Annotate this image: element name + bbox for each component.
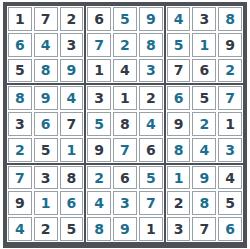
- sudoku-cell-r8c9[interactable]: 5: [218, 191, 242, 215]
- sudoku-cell-r3c5[interactable]: 4: [113, 59, 137, 83]
- sudoku-cell-r8c4[interactable]: 4: [87, 191, 111, 215]
- sudoku-cell-r1c2[interactable]: 7: [34, 7, 58, 31]
- sudoku-cell-r1c6[interactable]: 9: [139, 7, 163, 31]
- sudoku-cell-r5c1[interactable]: 3: [8, 112, 32, 136]
- sudoku-cell-r3c2[interactable]: 8: [34, 59, 58, 83]
- sudoku-cell-r2c7[interactable]: 5: [167, 33, 191, 57]
- sudoku-cell-r5c8[interactable]: 2: [192, 112, 216, 136]
- sudoku-cell-r3c1[interactable]: 5: [8, 59, 32, 83]
- sudoku-cell-r5c2[interactable]: 6: [34, 112, 58, 136]
- sudoku-cell-r9c5[interactable]: 9: [113, 217, 137, 241]
- sudoku-cell-r2c5[interactable]: 2: [113, 33, 137, 57]
- sudoku-box-2: 659728143: [85, 5, 164, 84]
- sudoku-cell-r6c9[interactable]: 3: [218, 138, 242, 162]
- sudoku-cell-r9c3[interactable]: 5: [60, 217, 84, 241]
- sudoku-cell-r6c4[interactable]: 9: [87, 138, 111, 162]
- sudoku-cell-r8c3[interactable]: 6: [60, 191, 84, 215]
- sudoku-cell-r8c2[interactable]: 1: [34, 191, 58, 215]
- sudoku-cell-r3c4[interactable]: 1: [87, 59, 111, 83]
- sudoku-cell-r1c5[interactable]: 5: [113, 7, 137, 31]
- sudoku-cell-r6c8[interactable]: 4: [192, 138, 216, 162]
- sudoku-cell-r9c1[interactable]: 4: [8, 217, 32, 241]
- sudoku-box-3: 438519762: [165, 5, 244, 84]
- sudoku-box-6: 657921843: [165, 84, 244, 163]
- sudoku-cell-r1c8[interactable]: 3: [192, 7, 216, 31]
- sudoku-cell-r1c1[interactable]: 1: [8, 7, 32, 31]
- sudoku-cell-r8c7[interactable]: 2: [167, 191, 191, 215]
- sudoku-box-7: 738916425: [6, 164, 85, 243]
- sudoku-cell-r7c3[interactable]: 8: [60, 166, 84, 190]
- sudoku-cell-r3c9[interactable]: 2: [218, 59, 242, 83]
- sudoku-cell-r5c6[interactable]: 4: [139, 112, 163, 136]
- sudoku-cell-r2c8[interactable]: 1: [192, 33, 216, 57]
- sudoku-cell-r3c7[interactable]: 7: [167, 59, 191, 83]
- sudoku-cell-r4c5[interactable]: 1: [113, 86, 137, 110]
- sudoku-cell-r7c2[interactable]: 3: [34, 166, 58, 190]
- sudoku-cell-r3c6[interactable]: 3: [139, 59, 163, 83]
- page: 1726435896597281434385197628943672513125…: [0, 0, 250, 249]
- sudoku-cell-r3c8[interactable]: 6: [192, 59, 216, 83]
- sudoku-cell-r7c5[interactable]: 6: [113, 166, 137, 190]
- sudoku-cell-r1c9[interactable]: 8: [218, 7, 242, 31]
- sudoku-cell-r9c4[interactable]: 8: [87, 217, 111, 241]
- sudoku-cell-r5c3[interactable]: 7: [60, 112, 84, 136]
- sudoku-cell-r2c9[interactable]: 9: [218, 33, 242, 57]
- sudoku-cell-r2c3[interactable]: 3: [60, 33, 84, 57]
- sudoku-cell-r6c1[interactable]: 2: [8, 138, 32, 162]
- sudoku-box-9: 194285376: [165, 164, 244, 243]
- sudoku-cell-r9c7[interactable]: 3: [167, 217, 191, 241]
- sudoku-cell-r5c4[interactable]: 5: [87, 112, 111, 136]
- sudoku-cell-r2c2[interactable]: 4: [34, 33, 58, 57]
- sudoku-box-4: 894367251: [6, 84, 85, 163]
- sudoku-cell-r7c4[interactable]: 2: [87, 166, 111, 190]
- sudoku-cell-r9c6[interactable]: 1: [139, 217, 163, 241]
- sudoku-box-8: 265437891: [85, 164, 164, 243]
- sudoku-cell-r2c1[interactable]: 6: [8, 33, 32, 57]
- sudoku-box-1: 172643589: [6, 5, 85, 84]
- sudoku-cell-r5c5[interactable]: 8: [113, 112, 137, 136]
- sudoku-cell-r6c3[interactable]: 1: [60, 138, 84, 162]
- sudoku-cell-r2c6[interactable]: 8: [139, 33, 163, 57]
- sudoku-cell-r5c7[interactable]: 9: [167, 112, 191, 136]
- sudoku-cell-r4c9[interactable]: 7: [218, 86, 242, 110]
- sudoku-cell-r9c9[interactable]: 6: [218, 217, 242, 241]
- sudoku-cell-r7c6[interactable]: 5: [139, 166, 163, 190]
- sudoku-box-5: 312584976: [85, 84, 164, 163]
- sudoku-cell-r2c4[interactable]: 7: [87, 33, 111, 57]
- sudoku-cell-r4c3[interactable]: 4: [60, 86, 84, 110]
- sudoku-board: 1726435896597281434385197628943672513125…: [3, 2, 247, 248]
- sudoku-cell-r4c7[interactable]: 6: [167, 86, 191, 110]
- sudoku-cell-r8c1[interactable]: 9: [8, 191, 32, 215]
- sudoku-cell-r9c8[interactable]: 7: [192, 217, 216, 241]
- sudoku-cell-r4c8[interactable]: 5: [192, 86, 216, 110]
- sudoku-cell-r1c3[interactable]: 2: [60, 7, 84, 31]
- sudoku-cell-r3c3[interactable]: 9: [60, 59, 84, 83]
- sudoku-cell-r7c1[interactable]: 7: [8, 166, 32, 190]
- sudoku-cell-r8c6[interactable]: 7: [139, 191, 163, 215]
- sudoku-cell-r4c2[interactable]: 9: [34, 86, 58, 110]
- sudoku-cell-r6c2[interactable]: 5: [34, 138, 58, 162]
- sudoku-cell-r6c5[interactable]: 7: [113, 138, 137, 162]
- sudoku-cell-r7c9[interactable]: 4: [218, 166, 242, 190]
- sudoku-cell-r7c8[interactable]: 9: [192, 166, 216, 190]
- sudoku-cell-r1c7[interactable]: 4: [167, 7, 191, 31]
- sudoku-cell-r8c5[interactable]: 3: [113, 191, 137, 215]
- sudoku-cell-r5c9[interactable]: 1: [218, 112, 242, 136]
- sudoku-cell-r8c8[interactable]: 8: [192, 191, 216, 215]
- sudoku-cell-r6c7[interactable]: 8: [167, 138, 191, 162]
- sudoku-cell-r4c1[interactable]: 8: [8, 86, 32, 110]
- sudoku-cell-r6c6[interactable]: 6: [139, 138, 163, 162]
- sudoku-cell-r9c2[interactable]: 2: [34, 217, 58, 241]
- sudoku-cell-r1c4[interactable]: 6: [87, 7, 111, 31]
- sudoku-cell-r7c7[interactable]: 1: [167, 166, 191, 190]
- sudoku-cell-r4c6[interactable]: 2: [139, 86, 163, 110]
- sudoku-cell-r4c4[interactable]: 3: [87, 86, 111, 110]
